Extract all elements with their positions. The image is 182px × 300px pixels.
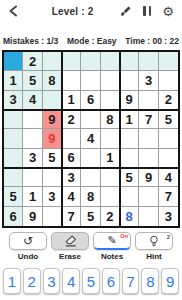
cell-r1c6[interactable]	[101, 52, 120, 71]
cell-r9c9[interactable]: 3	[159, 207, 178, 226]
level-title: Level : 2	[26, 6, 119, 17]
cell-r2c9[interactable]	[159, 71, 178, 90]
timer: Time : 00 : 22	[125, 36, 179, 46]
notes-label: Notes	[101, 252, 123, 261]
cell-r2c5[interactable]	[81, 71, 100, 90]
cell-r3c2[interactable]: 4	[23, 91, 42, 110]
cell-r2c2[interactable]: 5	[23, 71, 42, 90]
back-button[interactable]	[8, 5, 26, 17]
cell-r7c4[interactable]: 3	[62, 168, 81, 187]
cell-r3c7[interactable]: 9	[120, 91, 139, 110]
cell-r4c8[interactable]: 7	[139, 110, 158, 129]
erase-tool: Erase	[51, 232, 89, 261]
cell-r9c8[interactable]	[139, 207, 158, 226]
numpad-3[interactable]: 3	[43, 268, 61, 294]
numpad-5[interactable]: 5	[82, 268, 100, 294]
cell-r9c2[interactable]: 9	[23, 207, 42, 226]
cell-r4c5[interactable]	[81, 110, 100, 129]
cell-r9c1[interactable]: 6	[4, 207, 23, 226]
notes-button[interactable]: ✎ On	[93, 232, 131, 250]
cell-r6c5[interactable]	[81, 149, 100, 168]
cell-r5c9[interactable]	[159, 129, 178, 148]
cell-r7c2[interactable]	[23, 168, 42, 187]
undo-label: Undo	[18, 252, 38, 261]
cell-r1c9[interactable]	[159, 52, 178, 71]
cell-r7c7[interactable]: 5	[120, 168, 139, 187]
cell-r7c3[interactable]	[43, 168, 62, 187]
cell-r6c4[interactable]: 6	[62, 149, 81, 168]
mode-label: Mode : Easy	[67, 36, 117, 46]
cell-r8c4[interactable]: 4	[62, 187, 81, 206]
back-chevron-icon	[8, 5, 18, 17]
cell-r9c6[interactable]: 2	[101, 207, 120, 226]
cell-r8c2[interactable]: 1	[23, 187, 42, 206]
sudoku-board: 2158334169292817594356135945134876975283	[2, 50, 180, 228]
cell-r8c3[interactable]: 3	[43, 187, 62, 206]
cell-r1c1[interactable]	[4, 52, 23, 71]
cell-r8c5[interactable]: 8	[81, 187, 100, 206]
action-toolbar: ↺ Undo Erase ✎ On Notes	[0, 232, 182, 261]
cell-r2c4[interactable]	[62, 71, 81, 90]
cell-r3c9[interactable]: 2	[159, 91, 178, 110]
numpad-8[interactable]: 8	[141, 268, 159, 294]
cell-r7c5[interactable]	[81, 168, 100, 187]
cell-r6c6[interactable]: 1	[101, 149, 120, 168]
pause-icon[interactable]	[143, 6, 151, 16]
undo-arrow-icon: ↺	[23, 235, 33, 247]
cell-r9c7[interactable]: 8	[120, 207, 139, 226]
sudoku-app: Level : 2 ⚙ Mistakes : 1/3 Mode : Easy T…	[0, 0, 182, 300]
cell-r4c4[interactable]: 2	[62, 110, 81, 129]
numpad-7[interactable]: 7	[122, 268, 140, 294]
cell-r4c1[interactable]	[4, 110, 23, 129]
cell-r1c3[interactable]	[43, 52, 62, 71]
top-bar: Level : 2 ⚙	[0, 0, 182, 22]
cell-r7c6[interactable]	[101, 168, 120, 187]
cell-r3c4[interactable]: 1	[62, 91, 81, 110]
cell-r2c8[interactable]: 3	[139, 71, 158, 90]
cell-r1c4[interactable]	[62, 52, 81, 71]
cell-r2c1[interactable]: 1	[4, 71, 23, 90]
cell-r6c8[interactable]	[139, 149, 158, 168]
cell-r4c3[interactable]: 9	[43, 110, 62, 129]
undo-tool: ↺ Undo	[9, 232, 47, 261]
cell-r5c1[interactable]	[4, 129, 23, 148]
hint-label: Hint	[146, 252, 162, 261]
cell-r5c5[interactable]: 4	[81, 129, 100, 148]
cell-r7c8[interactable]: 9	[139, 168, 158, 187]
cell-r8c1[interactable]: 5	[4, 187, 23, 206]
cell-r1c8[interactable]	[139, 52, 158, 71]
cell-r1c7[interactable]	[120, 52, 139, 71]
cell-r8c8[interactable]	[139, 187, 158, 206]
hint-tool: 2 Hint	[135, 232, 173, 261]
cell-r5c7[interactable]	[120, 129, 139, 148]
number-pad: 123456789	[0, 268, 182, 294]
cell-r7c1[interactable]	[4, 168, 23, 187]
cell-r6c2[interactable]: 3	[23, 149, 42, 168]
status-bar: Mistakes : 1/3 Mode : Easy Time : 00 : 2…	[0, 36, 182, 46]
cell-r9c5[interactable]: 5	[81, 207, 100, 226]
cell-r8c6[interactable]	[101, 187, 120, 206]
cell-r6c9[interactable]	[159, 149, 178, 168]
cell-r4c7[interactable]: 1	[120, 110, 139, 129]
pencil-icon: ✎	[107, 235, 116, 246]
cell-r5c3[interactable]: 9	[43, 129, 62, 148]
cell-r8c9[interactable]: 7	[159, 187, 178, 206]
hint-count-badge: 2	[167, 234, 170, 240]
theme-brush-icon[interactable]	[119, 5, 132, 18]
numpad-4[interactable]: 4	[62, 268, 80, 294]
mistakes-counter: Mistakes : 1/3	[3, 36, 58, 46]
numpad-1[interactable]: 1	[3, 268, 21, 294]
cell-r3c1[interactable]: 3	[4, 91, 23, 110]
notes-tool: ✎ On Notes	[93, 232, 131, 261]
cell-r4c9[interactable]: 5	[159, 110, 178, 129]
cell-r5c4[interactable]	[62, 129, 81, 148]
cell-r2c7[interactable]	[120, 71, 139, 90]
cell-r9c4[interactable]: 7	[62, 207, 81, 226]
cell-r4c2[interactable]	[23, 110, 42, 129]
topbar-icons: ⚙	[119, 5, 174, 18]
hint-button[interactable]: 2	[135, 232, 173, 250]
eraser-icon	[64, 235, 77, 247]
cell-r6c1[interactable]	[4, 149, 23, 168]
cell-r6c7[interactable]	[120, 149, 139, 168]
cell-r3c8[interactable]	[139, 91, 158, 110]
numpad-6[interactable]: 6	[102, 268, 120, 294]
cell-r9c3[interactable]	[43, 207, 62, 226]
cell-r5c2[interactable]	[23, 129, 42, 148]
cell-r8c7[interactable]	[120, 187, 139, 206]
cell-r3c3[interactable]	[43, 91, 62, 110]
cell-r3c5[interactable]: 6	[81, 91, 100, 110]
undo-button[interactable]: ↺	[9, 232, 47, 250]
notes-on-badge: On	[120, 234, 128, 240]
cell-r2c6[interactable]	[101, 71, 120, 90]
numpad-2[interactable]: 2	[23, 268, 41, 294]
lightbulb-icon	[148, 235, 160, 248]
cell-r1c5[interactable]	[81, 52, 100, 71]
numpad-9[interactable]: 9	[161, 268, 179, 294]
cell-r3c6[interactable]	[101, 91, 120, 110]
cell-r4c6[interactable]: 8	[101, 110, 120, 129]
cell-r2c3[interactable]: 8	[43, 71, 62, 90]
cell-r1c2[interactable]: 2	[23, 52, 42, 71]
erase-button[interactable]	[51, 232, 89, 250]
erase-label: Erase	[59, 252, 81, 261]
cell-r5c6[interactable]	[101, 129, 120, 148]
cell-r7c9[interactable]: 4	[159, 168, 178, 187]
cell-r5c8[interactable]	[139, 129, 158, 148]
cell-r6c3[interactable]: 5	[43, 149, 62, 168]
settings-gear-icon[interactable]: ⚙	[162, 5, 174, 18]
